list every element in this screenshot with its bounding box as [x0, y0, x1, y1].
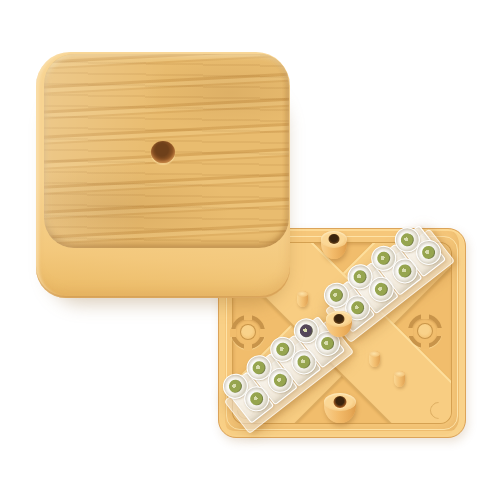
support-peg [369, 351, 380, 367]
terminal-screw [375, 249, 393, 267]
terminal-screw [372, 280, 390, 298]
scene [0, 0, 500, 500]
knockout-center [240, 324, 256, 340]
support-peg [297, 291, 308, 307]
boss-screw-hole [329, 234, 340, 244]
knockout-ring-gap [244, 344, 252, 350]
support-peg [394, 371, 405, 387]
terminal-screw [398, 231, 416, 249]
knockout-ring-gap [244, 314, 252, 320]
junction-box-lid [36, 52, 290, 298]
mounting-boss-bottom [324, 393, 356, 423]
boss-screw-hole [334, 396, 347, 408]
lid-cable-hole [151, 141, 175, 163]
knockout-ring-gap [421, 343, 429, 349]
terminal-screw [248, 390, 266, 408]
knockout-ring-gap [230, 329, 236, 337]
terminal-screw [250, 359, 268, 377]
knockout-ring-gap [437, 328, 443, 336]
terminal-screw [419, 243, 437, 261]
boss-screw-hole [334, 314, 345, 324]
mounting-boss-top [321, 231, 347, 259]
terminal-screw [318, 334, 336, 352]
mounting-boss-center [326, 311, 352, 337]
knockout-ring-gap [260, 329, 266, 337]
terminal-screw [351, 268, 369, 286]
knockout-left [231, 315, 265, 349]
terminal-screw [396, 262, 414, 280]
knockout-ring-gap [421, 313, 429, 319]
knockout-center [417, 323, 433, 339]
terminal-screw [297, 322, 315, 340]
knockout-ring-gap [407, 328, 413, 336]
knockout-right [408, 314, 442, 348]
lid-top-face-wood-grain [44, 54, 289, 248]
terminal-screw [271, 371, 289, 389]
terminal-screw [295, 353, 313, 371]
terminal-screw [327, 286, 345, 304]
terminal-screw [274, 340, 292, 358]
terminal-screw [226, 377, 244, 395]
